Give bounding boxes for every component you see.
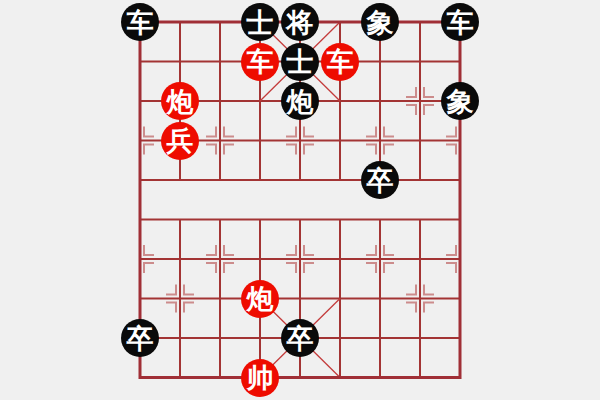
piece-black-advisor[interactable]: 士 <box>241 3 279 41</box>
board-pieces: 车士将象车车士车炮炮象兵卒炮卒卒帅 <box>120 2 480 397</box>
piece-black-chariot[interactable]: 车 <box>121 3 159 41</box>
piece-red-cannon[interactable]: 炮 <box>241 280 279 318</box>
piece-black-soldier[interactable]: 卒 <box>281 319 319 357</box>
piece-black-soldier[interactable]: 卒 <box>121 319 159 357</box>
piece-red-cannon[interactable]: 炮 <box>161 82 199 120</box>
piece-red-chariot[interactable]: 车 <box>321 43 359 81</box>
piece-black-soldier[interactable]: 卒 <box>361 161 399 199</box>
piece-black-advisor[interactable]: 士 <box>281 43 319 81</box>
piece-black-chariot[interactable]: 车 <box>441 3 479 41</box>
piece-black-elephant[interactable]: 象 <box>361 3 399 41</box>
xiangqi-board-screen: 车士将象车车士车炮炮象兵卒炮卒卒帅 <box>0 0 600 400</box>
piece-red-soldier[interactable]: 兵 <box>161 122 199 160</box>
piece-red-general[interactable]: 帅 <box>241 359 279 397</box>
piece-black-general[interactable]: 将 <box>281 3 319 41</box>
piece-red-chariot[interactable]: 车 <box>241 43 279 81</box>
piece-black-elephant[interactable]: 象 <box>441 82 479 120</box>
piece-black-cannon[interactable]: 炮 <box>281 82 319 120</box>
